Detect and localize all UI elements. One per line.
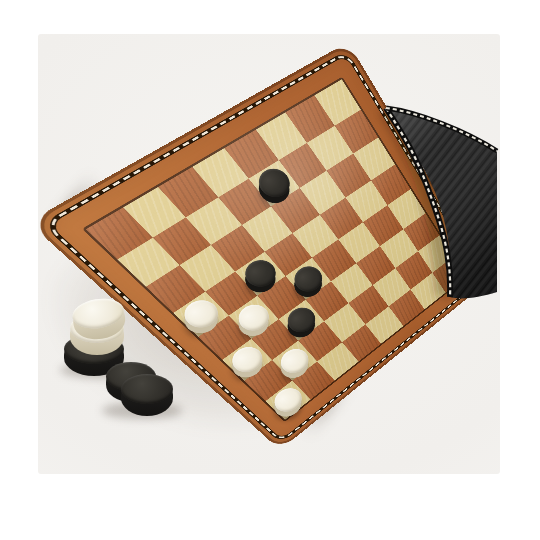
checker-top [121,374,173,404]
offboard-white-checker-tilted [70,295,128,343]
offboard-black-checker-front [121,374,173,416]
product-photo [0,0,540,540]
